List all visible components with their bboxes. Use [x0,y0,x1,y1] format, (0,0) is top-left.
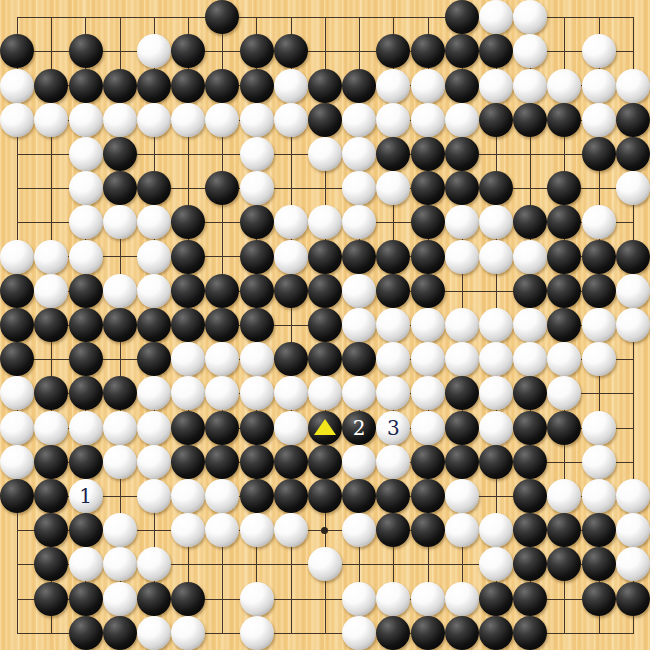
board-point[interactable] [0,410,34,444]
board-point[interactable] [445,410,479,444]
board-point[interactable] [34,376,68,410]
board-point[interactable] [410,581,444,615]
board-point[interactable] [103,103,137,137]
board-point[interactable] [445,239,479,273]
board-point[interactable] [547,308,581,342]
board-point[interactable] [171,239,205,273]
board-point[interactable] [616,0,650,34]
board-point[interactable] [103,137,137,171]
board-point[interactable] [0,137,34,171]
board-point[interactable] [205,616,239,650]
board-point[interactable] [239,34,273,68]
board-point[interactable] [34,0,68,34]
board-point[interactable] [0,34,34,68]
board-point[interactable] [513,547,547,581]
board-point[interactable] [616,410,650,444]
board-point[interactable] [103,616,137,650]
board-point[interactable] [34,410,68,444]
board-point[interactable] [205,205,239,239]
board-point[interactable] [274,274,308,308]
board-point[interactable] [581,547,615,581]
board-point[interactable] [34,342,68,376]
board-point[interactable] [239,513,273,547]
board-point[interactable] [137,239,171,273]
board-point[interactable] [547,0,581,34]
board-point[interactable] [239,103,273,137]
board-point[interactable] [513,205,547,239]
board-point[interactable] [171,547,205,581]
board-point[interactable] [342,103,376,137]
board-point[interactable] [513,342,547,376]
board-point[interactable] [581,376,615,410]
board-point[interactable] [171,479,205,513]
board-point[interactable] [479,103,513,137]
board-point[interactable] [205,547,239,581]
board-point[interactable] [68,205,102,239]
board-point[interactable] [205,513,239,547]
board-point[interactable] [445,308,479,342]
board-point[interactable] [308,274,342,308]
board-point[interactable] [103,581,137,615]
board-point[interactable] [68,0,102,34]
board-point[interactable] [0,171,34,205]
board-point[interactable] [308,68,342,102]
board-point[interactable] [308,308,342,342]
board-point[interactable] [274,171,308,205]
board-point[interactable] [616,171,650,205]
board-point[interactable] [239,308,273,342]
board-point[interactable] [103,274,137,308]
board-point[interactable] [616,445,650,479]
board-point[interactable] [239,205,273,239]
board-point[interactable] [376,308,410,342]
board-point[interactable] [376,513,410,547]
board-point[interactable] [137,513,171,547]
board-point[interactable] [581,239,615,273]
board-point[interactable] [239,137,273,171]
board-point[interactable] [581,513,615,547]
board-point[interactable] [34,103,68,137]
board-point[interactable] [479,0,513,34]
board-point[interactable] [342,0,376,34]
board-point[interactable] [376,103,410,137]
board-point[interactable] [205,410,239,444]
board-point[interactable] [445,137,479,171]
board-point[interactable] [68,34,102,68]
board-point[interactable] [410,274,444,308]
board-point[interactable] [205,137,239,171]
board-point[interactable] [513,68,547,102]
board-point[interactable] [513,479,547,513]
board-point[interactable] [68,274,102,308]
board-point[interactable] [34,616,68,650]
go-board[interactable]: 231 [0,0,650,650]
board-point[interactable] [513,0,547,34]
board-point[interactable] [68,342,102,376]
board-point[interactable] [205,68,239,102]
board-point[interactable] [137,308,171,342]
board-point[interactable] [0,103,34,137]
board-point[interactable] [103,239,137,273]
board-point[interactable] [171,103,205,137]
board-point[interactable] [68,616,102,650]
board-point[interactable] [410,308,444,342]
board-point[interactable] [239,581,273,615]
board-point[interactable] [171,581,205,615]
board-point[interactable] [547,547,581,581]
board-point[interactable] [205,445,239,479]
board-point[interactable] [34,171,68,205]
board-point[interactable]: 2 [342,410,376,444]
board-point[interactable] [376,171,410,205]
board-point[interactable] [513,103,547,137]
board-point[interactable] [445,376,479,410]
board-point[interactable] [205,103,239,137]
board-point[interactable] [239,239,273,273]
board-point[interactable] [410,0,444,34]
board-point[interactable] [616,581,650,615]
board-point[interactable] [274,581,308,615]
board-point[interactable] [239,616,273,650]
board-point[interactable] [103,479,137,513]
board-point[interactable] [274,376,308,410]
board-point[interactable] [68,171,102,205]
board-point[interactable] [308,342,342,376]
board-point[interactable] [68,68,102,102]
board-point[interactable] [308,205,342,239]
board-point[interactable] [205,308,239,342]
board-point[interactable] [239,479,273,513]
board-point[interactable] [103,342,137,376]
board-point[interactable] [376,445,410,479]
board-point[interactable] [34,68,68,102]
board-point[interactable] [616,479,650,513]
board-point[interactable] [34,239,68,273]
board-point[interactable] [342,308,376,342]
board-point[interactable] [410,342,444,376]
board-point[interactable] [308,581,342,615]
board-point[interactable] [376,581,410,615]
board-point[interactable] [376,342,410,376]
board-point[interactable] [308,513,342,547]
board-point[interactable] [479,239,513,273]
board-point[interactable] [239,410,273,444]
board-point[interactable] [171,410,205,444]
board-point[interactable] [445,513,479,547]
board-point[interactable] [0,342,34,376]
board-point[interactable] [0,513,34,547]
board-point[interactable] [547,137,581,171]
board-point[interactable] [308,34,342,68]
board-point[interactable] [171,308,205,342]
board-point[interactable] [616,68,650,102]
board-point[interactable] [616,308,650,342]
board-point[interactable] [137,137,171,171]
board-point[interactable] [205,239,239,273]
board-point[interactable] [410,171,444,205]
board-point[interactable] [547,479,581,513]
board-point[interactable] [68,376,102,410]
board-point[interactable] [547,274,581,308]
board-point[interactable] [68,581,102,615]
board-point[interactable] [547,205,581,239]
board-point[interactable] [103,410,137,444]
board-point[interactable] [581,171,615,205]
board-point[interactable] [68,410,102,444]
board-point[interactable] [0,68,34,102]
board-point[interactable] [479,547,513,581]
board-point[interactable] [171,205,205,239]
board-point[interactable] [342,68,376,102]
board-point[interactable] [171,616,205,650]
board-point[interactable] [547,410,581,444]
board-point[interactable] [342,581,376,615]
board-point[interactable] [342,171,376,205]
board-point[interactable] [342,445,376,479]
board-point[interactable] [171,513,205,547]
board-point[interactable] [479,410,513,444]
board-point[interactable] [103,171,137,205]
board-point[interactable] [513,308,547,342]
board-point[interactable] [0,445,34,479]
board-point[interactable] [137,581,171,615]
board-point[interactable] [171,68,205,102]
board-point[interactable] [308,547,342,581]
board-point[interactable] [274,308,308,342]
board-point[interactable] [239,274,273,308]
board-point[interactable] [34,308,68,342]
board-point[interactable] [239,171,273,205]
board-point[interactable] [479,274,513,308]
board-point[interactable] [342,376,376,410]
board-point[interactable] [308,137,342,171]
board-point[interactable] [410,376,444,410]
board-point[interactable] [274,479,308,513]
board-point[interactable] [68,137,102,171]
board-point[interactable] [342,616,376,650]
board-point[interactable] [137,274,171,308]
board-point[interactable] [171,376,205,410]
board-point[interactable] [239,376,273,410]
board-point[interactable] [274,34,308,68]
board-point[interactable] [274,103,308,137]
board-point[interactable] [376,205,410,239]
board-point[interactable] [479,479,513,513]
board-point[interactable] [0,616,34,650]
board-point[interactable] [445,616,479,650]
board-point[interactable] [616,513,650,547]
board-point[interactable] [308,410,342,444]
board-point[interactable] [103,445,137,479]
board-point[interactable] [171,342,205,376]
board-point[interactable] [513,445,547,479]
board-point[interactable] [479,376,513,410]
board-point[interactable] [513,239,547,273]
board-point[interactable] [68,547,102,581]
board-point[interactable] [308,479,342,513]
board-point[interactable] [581,205,615,239]
board-point[interactable] [513,616,547,650]
board-point[interactable] [547,376,581,410]
board-point[interactable] [239,547,273,581]
board-point[interactable] [137,171,171,205]
board-point[interactable] [34,445,68,479]
board-point[interactable] [342,239,376,273]
board-point[interactable] [239,445,273,479]
board-point[interactable] [376,137,410,171]
board-point[interactable] [171,0,205,34]
board-point[interactable] [308,239,342,273]
board-point[interactable] [0,479,34,513]
board-point[interactable] [445,205,479,239]
board-point[interactable] [34,547,68,581]
board-point[interactable] [581,137,615,171]
board-point[interactable] [445,274,479,308]
board-point[interactable] [137,342,171,376]
board-point[interactable] [581,581,615,615]
board-point[interactable] [137,410,171,444]
board-point[interactable] [274,513,308,547]
board-point[interactable] [171,274,205,308]
board-point[interactable] [547,103,581,137]
board-point[interactable] [103,0,137,34]
board-point[interactable] [479,171,513,205]
board-point[interactable] [616,616,650,650]
board-point[interactable] [239,342,273,376]
board-point[interactable] [308,171,342,205]
board-point[interactable] [581,34,615,68]
board-point[interactable] [376,68,410,102]
board-point[interactable] [547,581,581,615]
board-point[interactable] [513,137,547,171]
board-point[interactable] [479,34,513,68]
board-point[interactable] [581,0,615,34]
board-point[interactable] [68,513,102,547]
board-point[interactable] [513,376,547,410]
board-point[interactable] [0,308,34,342]
board-point[interactable] [342,205,376,239]
board-point[interactable] [376,616,410,650]
board-point[interactable] [34,513,68,547]
board-point[interactable] [137,34,171,68]
board-point[interactable] [376,479,410,513]
board-point[interactable] [137,0,171,34]
board-point[interactable] [376,0,410,34]
board-point[interactable] [547,342,581,376]
board-point[interactable] [342,274,376,308]
board-point[interactable] [547,239,581,273]
board-point[interactable] [0,376,34,410]
board-point[interactable] [274,239,308,273]
board-point[interactable] [34,137,68,171]
board-point[interactable] [445,0,479,34]
board-point[interactable] [410,479,444,513]
board-point[interactable] [34,479,68,513]
board-point[interactable] [479,308,513,342]
board-point[interactable] [445,103,479,137]
board-point[interactable] [274,68,308,102]
board-point[interactable] [376,274,410,308]
board-point[interactable] [479,445,513,479]
board-point[interactable] [513,410,547,444]
board-point[interactable] [137,547,171,581]
board-point[interactable] [445,34,479,68]
board-point[interactable] [616,103,650,137]
board-point[interactable] [274,0,308,34]
board-point[interactable] [34,205,68,239]
board-point[interactable] [479,581,513,615]
board-point[interactable] [616,239,650,273]
board-point[interactable] [547,34,581,68]
board-point[interactable] [513,34,547,68]
board-point[interactable] [239,68,273,102]
board-point[interactable] [616,205,650,239]
board-point[interactable] [0,0,34,34]
board-point[interactable] [103,376,137,410]
board-point[interactable] [308,103,342,137]
board-point[interactable] [581,479,615,513]
board-point[interactable] [103,68,137,102]
board-point[interactable] [205,376,239,410]
board-point[interactable] [479,616,513,650]
board-point[interactable] [581,308,615,342]
board-point[interactable] [34,581,68,615]
board-point[interactable] [103,34,137,68]
board-point[interactable] [137,445,171,479]
board-point[interactable] [445,445,479,479]
board-point[interactable] [616,376,650,410]
board-point[interactable] [68,239,102,273]
board-point[interactable] [205,581,239,615]
board-point[interactable] [547,513,581,547]
board-point[interactable] [581,103,615,137]
board-point[interactable] [171,171,205,205]
board-point[interactable] [137,103,171,137]
board-point[interactable] [342,137,376,171]
board-point[interactable] [239,0,273,34]
board-point[interactable] [410,239,444,273]
board-point[interactable] [513,171,547,205]
board-point[interactable] [103,308,137,342]
board-point[interactable] [68,445,102,479]
board-point[interactable] [445,479,479,513]
board-point[interactable] [445,581,479,615]
board-point[interactable] [376,376,410,410]
board-point[interactable] [445,547,479,581]
board-point[interactable] [616,547,650,581]
board-point[interactable] [547,171,581,205]
board-point[interactable]: 3 [376,410,410,444]
board-point[interactable] [513,274,547,308]
board-point[interactable] [410,445,444,479]
board-point[interactable] [0,205,34,239]
board-point[interactable] [103,513,137,547]
board-point[interactable] [445,342,479,376]
board-point[interactable] [445,171,479,205]
board-point[interactable] [342,513,376,547]
board-point[interactable] [274,445,308,479]
board-point[interactable] [513,513,547,547]
board-point[interactable] [616,274,650,308]
board-point[interactable] [410,68,444,102]
board-point[interactable] [137,479,171,513]
board-point[interactable] [34,274,68,308]
board-point[interactable] [274,410,308,444]
board-point[interactable] [410,410,444,444]
board-point[interactable] [0,547,34,581]
board-point[interactable] [274,342,308,376]
board-point[interactable] [410,547,444,581]
